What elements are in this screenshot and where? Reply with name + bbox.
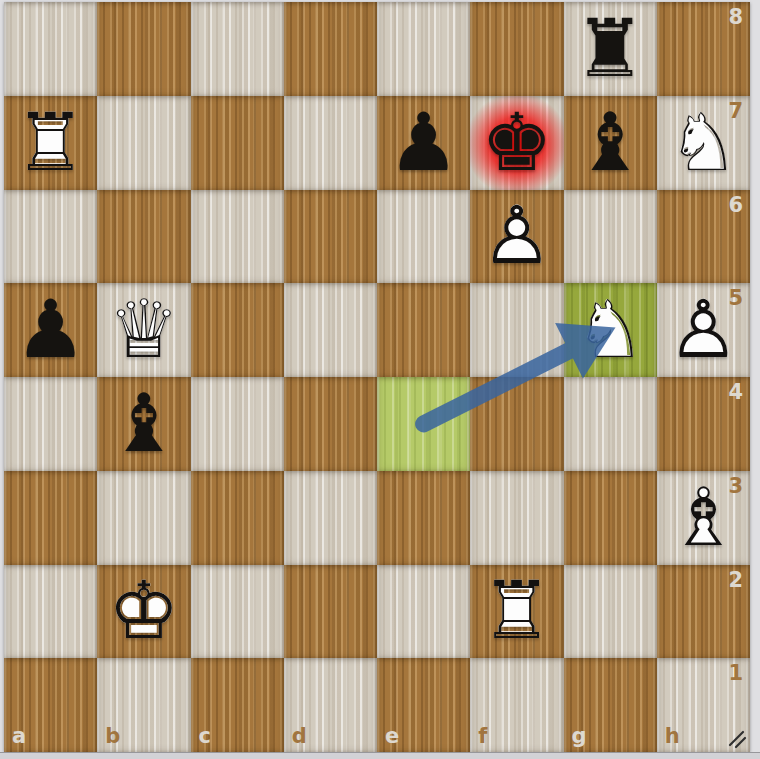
coord-file-a: a (12, 724, 26, 748)
square-g2[interactable] (564, 565, 657, 659)
square-h2[interactable]: 2 (657, 565, 750, 659)
square-d7[interactable] (284, 96, 377, 190)
square-h5[interactable]: ♟♙5 (657, 283, 750, 377)
square-g3[interactable] (564, 471, 657, 565)
coord-file-h: h (665, 724, 680, 748)
piece-white-bishop[interactable]: ♝♗ (657, 471, 750, 565)
square-a7[interactable]: ♜♖ (4, 96, 97, 190)
square-d3[interactable] (284, 471, 377, 565)
square-c1[interactable]: c (191, 658, 284, 752)
square-f3[interactable] (470, 471, 563, 565)
square-a8[interactable] (4, 2, 97, 96)
square-c3[interactable] (191, 471, 284, 565)
piece-white-pawn[interactable]: ♟♙ (657, 283, 750, 377)
square-e8[interactable] (377, 2, 470, 96)
square-a4[interactable] (4, 377, 97, 471)
square-a1[interactable]: a (4, 658, 97, 752)
square-d4[interactable] (284, 377, 377, 471)
square-d6[interactable] (284, 190, 377, 284)
square-b8[interactable] (97, 2, 190, 96)
square-h7[interactable]: ♞♘7 (657, 96, 750, 190)
square-f7[interactable]: ♚ (470, 96, 563, 190)
square-c7[interactable] (191, 96, 284, 190)
square-f4[interactable] (470, 377, 563, 471)
square-h4[interactable]: 4 (657, 377, 750, 471)
square-c8[interactable] (191, 2, 284, 96)
piece-black-bishop[interactable]: ♝ (97, 377, 190, 471)
square-e4[interactable] (377, 377, 470, 471)
coord-rank-4: 4 (728, 380, 743, 404)
square-e3[interactable] (377, 471, 470, 565)
square-g8[interactable]: ♜ (564, 2, 657, 96)
square-g4[interactable] (564, 377, 657, 471)
square-f2[interactable]: ♜♖ (470, 565, 563, 659)
piece-white-pawn[interactable]: ♟♙ (470, 190, 563, 284)
square-a3[interactable] (4, 471, 97, 565)
square-b4[interactable]: ♝ (97, 377, 190, 471)
chess-board: ♜8♜♖♟♚♝♞♘7♟♙6♟♛♕♞♘♟♙5♝4♝♗3♚♔♜♖2abcdefg1h (4, 2, 750, 752)
resize-handle[interactable] (727, 729, 747, 749)
square-a2[interactable] (4, 565, 97, 659)
piece-white-rook[interactable]: ♜♖ (470, 565, 563, 659)
square-e2[interactable] (377, 565, 470, 659)
square-g7[interactable]: ♝ (564, 96, 657, 190)
square-f8[interactable] (470, 2, 563, 96)
square-e1[interactable]: e (377, 658, 470, 752)
piece-white-knight[interactable]: ♞♘ (657, 96, 750, 190)
piece-white-rook[interactable]: ♜♖ (4, 96, 97, 190)
coord-file-b: b (105, 724, 120, 748)
coord-rank-2: 2 (728, 568, 743, 592)
square-b1[interactable]: b (97, 658, 190, 752)
page: ♜8♜♖♟♚♝♞♘7♟♙6♟♛♕♞♘♟♙5♝4♝♗3♚♔♜♖2abcdefg1h (0, 0, 760, 759)
square-d1[interactable]: d (284, 658, 377, 752)
square-c6[interactable] (191, 190, 284, 284)
square-d5[interactable] (284, 283, 377, 377)
coord-file-g: g (572, 724, 587, 748)
coord-file-e: e (385, 724, 399, 748)
square-b3[interactable] (97, 471, 190, 565)
square-b2[interactable]: ♚♔ (97, 565, 190, 659)
coord-rank-6: 6 (728, 193, 743, 217)
coord-file-d: d (292, 724, 307, 748)
square-c5[interactable] (191, 283, 284, 377)
piece-black-bishop[interactable]: ♝ (564, 96, 657, 190)
coord-file-c: c (199, 724, 211, 748)
square-a6[interactable] (4, 190, 97, 284)
board-grid: ♜8♜♖♟♚♝♞♘7♟♙6♟♛♕♞♘♟♙5♝4♝♗3♚♔♜♖2abcdefg1h (4, 2, 750, 752)
square-a5[interactable]: ♟ (4, 283, 97, 377)
square-h3[interactable]: ♝♗3 (657, 471, 750, 565)
piece-black-pawn[interactable]: ♟ (4, 283, 97, 377)
coord-file-f: f (478, 724, 487, 748)
piece-white-knight[interactable]: ♞♘ (564, 283, 657, 377)
square-f6[interactable]: ♟♙ (470, 190, 563, 284)
resize-icon (727, 729, 747, 749)
piece-black-rook[interactable]: ♜ (564, 2, 657, 96)
square-g6[interactable] (564, 190, 657, 284)
piece-white-queen[interactable]: ♛♕ (97, 283, 190, 377)
square-e7[interactable]: ♟ (377, 96, 470, 190)
square-b7[interactable] (97, 96, 190, 190)
coord-rank-8: 8 (728, 5, 743, 29)
square-f5[interactable] (470, 283, 563, 377)
piece-white-king[interactable]: ♚♔ (97, 565, 190, 659)
piece-black-king[interactable]: ♚ (470, 96, 563, 190)
square-h8[interactable]: 8 (657, 2, 750, 96)
square-d8[interactable] (284, 2, 377, 96)
square-g5[interactable]: ♞♘ (564, 283, 657, 377)
square-e6[interactable] (377, 190, 470, 284)
square-c2[interactable] (191, 565, 284, 659)
coord-rank-1: 1 (728, 661, 743, 685)
square-e5[interactable] (377, 283, 470, 377)
piece-black-pawn[interactable]: ♟ (377, 96, 470, 190)
square-g1[interactable]: g (564, 658, 657, 752)
square-d2[interactable] (284, 565, 377, 659)
square-b6[interactable] (97, 190, 190, 284)
square-c4[interactable] (191, 377, 284, 471)
square-f1[interactable]: f (470, 658, 563, 752)
square-h6[interactable]: 6 (657, 190, 750, 284)
square-b5[interactable]: ♛♕ (97, 283, 190, 377)
